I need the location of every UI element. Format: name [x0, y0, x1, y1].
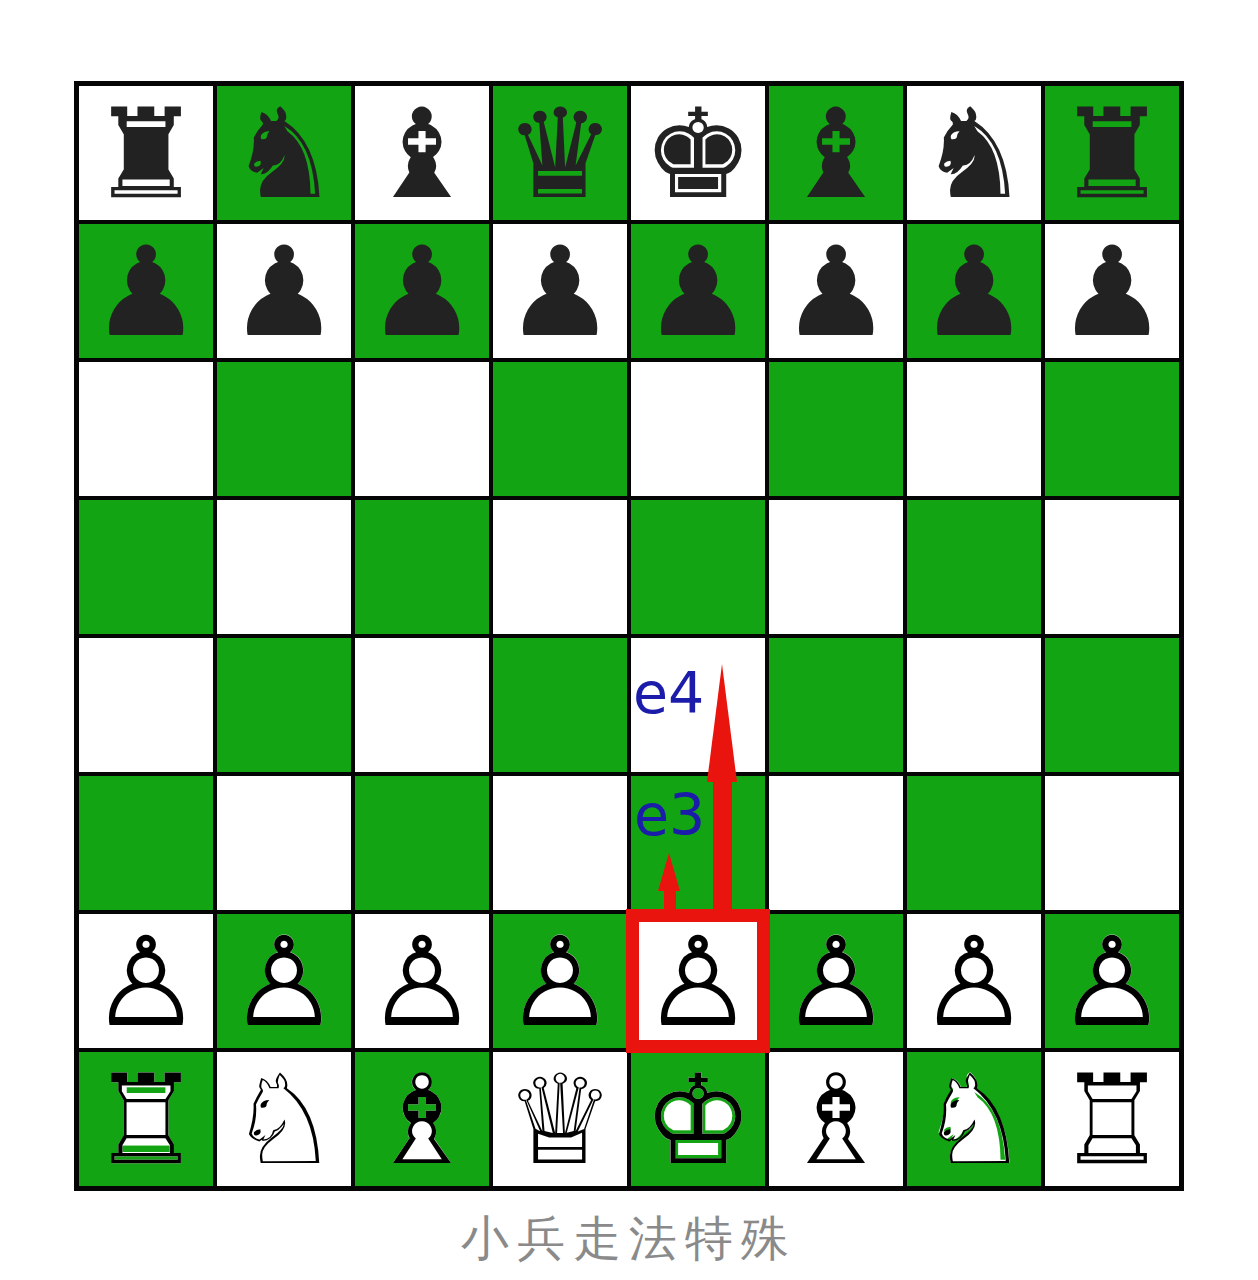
square-d5[interactable]	[493, 500, 627, 634]
piece-black-pawn: ♟	[769, 224, 903, 358]
piece-black-pawn: ♟	[217, 224, 351, 358]
square-e5[interactable]	[631, 500, 765, 634]
square-g3[interactable]	[907, 776, 1041, 910]
square-g1[interactable]: ♞♘	[907, 1052, 1041, 1186]
piece-black-queen: ♛	[493, 86, 627, 220]
piece-white-knight: ♞♘	[907, 1052, 1041, 1186]
square-c5[interactable]	[355, 500, 489, 634]
piece-black-pawn: ♟	[907, 224, 1041, 358]
square-b1[interactable]: ♞♘	[217, 1052, 351, 1186]
square-c3[interactable]	[355, 776, 489, 910]
square-f8[interactable]: ♝	[769, 86, 903, 220]
square-e6[interactable]	[631, 362, 765, 496]
square-e7[interactable]: ♟	[631, 224, 765, 358]
square-h2[interactable]: ♟♙	[1045, 914, 1179, 1048]
square-e2[interactable]: ♟♙	[631, 914, 765, 1048]
piece-white-pawn: ♟♙	[1045, 914, 1179, 1048]
square-a2[interactable]: ♟♙	[79, 914, 213, 1048]
square-d6[interactable]	[493, 362, 627, 496]
piece-black-pawn: ♟	[493, 224, 627, 358]
square-c1[interactable]: ♝♗	[355, 1052, 489, 1186]
piece-black-pawn: ♟	[79, 224, 213, 358]
square-c6[interactable]	[355, 362, 489, 496]
piece-black-bishop: ♝	[355, 86, 489, 220]
square-b8[interactable]: ♞	[217, 86, 351, 220]
square-b3[interactable]	[217, 776, 351, 910]
square-c8[interactable]: ♝	[355, 86, 489, 220]
square-g6[interactable]	[907, 362, 1041, 496]
piece-white-pawn: ♟♙	[631, 914, 765, 1048]
square-g4[interactable]	[907, 638, 1041, 772]
square-f2[interactable]: ♟♙	[769, 914, 903, 1048]
square-a8[interactable]: ♜	[79, 86, 213, 220]
square-a3[interactable]	[79, 776, 213, 910]
piece-white-bishop: ♝♗	[355, 1052, 489, 1186]
square-e1[interactable]: ♚♔	[631, 1052, 765, 1186]
piece-white-rook: ♜♖	[79, 1052, 213, 1186]
square-c4[interactable]	[355, 638, 489, 772]
piece-black-king: ♚	[631, 86, 765, 220]
square-c2[interactable]: ♟♙	[355, 914, 489, 1048]
square-e4[interactable]	[631, 638, 765, 772]
piece-black-pawn: ♟	[631, 224, 765, 358]
square-d3[interactable]	[493, 776, 627, 910]
square-g7[interactable]: ♟	[907, 224, 1041, 358]
square-a5[interactable]	[79, 500, 213, 634]
piece-black-knight: ♞	[217, 86, 351, 220]
square-h8[interactable]: ♜	[1045, 86, 1179, 220]
square-h6[interactable]	[1045, 362, 1179, 496]
square-h1[interactable]: ♜♖	[1045, 1052, 1179, 1186]
piece-white-rook: ♜♖	[1045, 1052, 1179, 1186]
piece-black-pawn: ♟	[355, 224, 489, 358]
caption: 小兵走法特殊	[0, 1210, 1258, 1266]
square-g2[interactable]: ♟♙	[907, 914, 1041, 1048]
piece-white-pawn: ♟♙	[79, 914, 213, 1048]
square-b7[interactable]: ♟	[217, 224, 351, 358]
square-c7[interactable]: ♟	[355, 224, 489, 358]
square-b4[interactable]	[217, 638, 351, 772]
square-b5[interactable]	[217, 500, 351, 634]
piece-black-knight: ♞	[907, 86, 1041, 220]
square-g8[interactable]: ♞	[907, 86, 1041, 220]
square-b6[interactable]	[217, 362, 351, 496]
piece-black-rook: ♜	[79, 86, 213, 220]
square-e3[interactable]	[631, 776, 765, 910]
square-f3[interactable]	[769, 776, 903, 910]
square-d4[interactable]	[493, 638, 627, 772]
square-f6[interactable]	[769, 362, 903, 496]
square-h5[interactable]	[1045, 500, 1179, 634]
square-a1[interactable]: ♜♖	[79, 1052, 213, 1186]
square-d7[interactable]: ♟	[493, 224, 627, 358]
square-h3[interactable]	[1045, 776, 1179, 910]
square-d8[interactable]: ♛	[493, 86, 627, 220]
piece-white-queen: ♛♕	[493, 1052, 627, 1186]
piece-white-pawn: ♟♙	[355, 914, 489, 1048]
square-g5[interactable]	[907, 500, 1041, 634]
square-a6[interactable]	[79, 362, 213, 496]
square-f1[interactable]: ♝♗	[769, 1052, 903, 1186]
piece-white-knight: ♞♘	[217, 1052, 351, 1186]
piece-white-king: ♚♔	[631, 1052, 765, 1186]
piece-black-bishop: ♝	[769, 86, 903, 220]
square-f5[interactable]	[769, 500, 903, 634]
square-d1[interactable]: ♛♕	[493, 1052, 627, 1186]
page: e4 e3 ♜♞♝♛♚♝♞♜♟♟♟♟♟♟♟♟♟♙♟♙♟♙♟♙♟♙♟♙♟♙♟♙♜♖…	[0, 0, 1258, 1280]
square-d2[interactable]: ♟♙	[493, 914, 627, 1048]
piece-white-pawn: ♟♙	[769, 914, 903, 1048]
piece-white-pawn: ♟♙	[217, 914, 351, 1048]
square-f7[interactable]: ♟	[769, 224, 903, 358]
piece-white-pawn: ♟♙	[493, 914, 627, 1048]
square-f4[interactable]	[769, 638, 903, 772]
square-a4[interactable]	[79, 638, 213, 772]
piece-white-pawn: ♟♙	[907, 914, 1041, 1048]
piece-white-bishop: ♝♗	[769, 1052, 903, 1186]
piece-black-rook: ♜	[1045, 86, 1179, 220]
chess-board: e4 e3 ♜♞♝♛♚♝♞♜♟♟♟♟♟♟♟♟♟♙♟♙♟♙♟♙♟♙♟♙♟♙♟♙♜♖…	[74, 81, 1184, 1191]
square-h7[interactable]: ♟	[1045, 224, 1179, 358]
piece-black-pawn: ♟	[1045, 224, 1179, 358]
square-h4[interactable]	[1045, 638, 1179, 772]
square-b2[interactable]: ♟♙	[217, 914, 351, 1048]
square-a7[interactable]: ♟	[79, 224, 213, 358]
square-e8[interactable]: ♚	[631, 86, 765, 220]
